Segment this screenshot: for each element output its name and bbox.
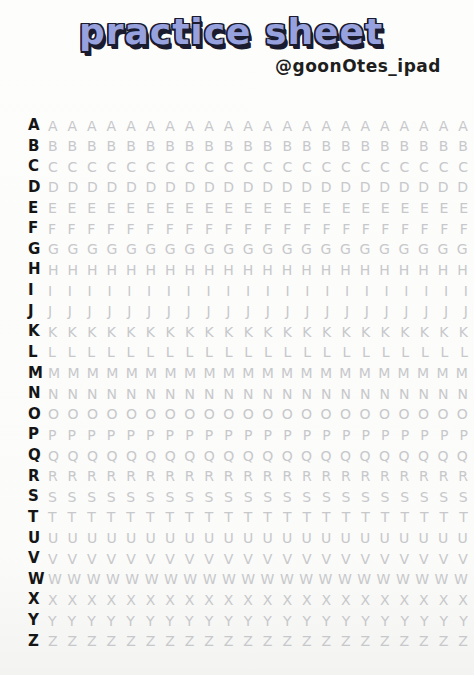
- trace-letter-J: J: [246, 304, 250, 318]
- trace-letter-K: K: [381, 325, 390, 339]
- trace-letter-C: C: [224, 160, 234, 174]
- trace-letter-E: E: [165, 201, 174, 215]
- trace-letter-C: C: [341, 160, 351, 174]
- trace-letter-T: T: [185, 510, 194, 524]
- trace-letter-A: A: [439, 119, 449, 133]
- trace-letter-Z: Z: [185, 634, 195, 648]
- trace-letter-U: U: [165, 531, 175, 545]
- trace-letter-Z: Z: [68, 634, 78, 648]
- trace-letter-D: D: [340, 180, 351, 194]
- trace-letter-R: R: [87, 469, 97, 483]
- trace-letter-V: V: [400, 552, 410, 566]
- trace-letter-B: B: [321, 139, 331, 153]
- trace-letter-R: R: [185, 469, 195, 483]
- trace-letter-Y: Y: [107, 614, 116, 628]
- trace-letter-A: A: [146, 119, 156, 133]
- trace-letter-U: U: [48, 531, 58, 545]
- trace-letter-W: W: [241, 572, 255, 586]
- trace-letter-I: I: [187, 284, 191, 298]
- trace-letter-Q: Q: [243, 449, 254, 463]
- trace-letter-F: F: [342, 222, 350, 236]
- trace-letter-N: N: [185, 387, 195, 401]
- trace-letter-C: C: [165, 160, 175, 174]
- trace-letter-B: B: [185, 139, 195, 153]
- trace-letter-U: U: [458, 531, 468, 545]
- trace-letter-I: I: [68, 284, 72, 298]
- trace-letter-A: A: [224, 119, 234, 133]
- trace-letter-P: P: [401, 428, 409, 442]
- trace-letter-U: U: [341, 531, 351, 545]
- trace-letter-N: N: [48, 387, 58, 401]
- trace-letter-R: R: [458, 469, 468, 483]
- trace-letter-E: E: [107, 201, 116, 215]
- trace-letter-P: P: [166, 428, 174, 442]
- trace-letter-M: M: [300, 366, 312, 380]
- trace-letter-F: F: [381, 222, 389, 236]
- author-handle: @goonOtes_ipad: [275, 56, 441, 76]
- trace-letter-W: W: [396, 572, 410, 586]
- trace-letter-C: C: [107, 160, 117, 174]
- trace-letter-U: U: [263, 531, 273, 545]
- trace-letter-R: R: [68, 469, 78, 483]
- trace-letter-V: V: [302, 552, 312, 566]
- trace-letter-K: K: [400, 325, 409, 339]
- guide-letter-M: M: [28, 366, 48, 381]
- trace-letter-Q: Q: [184, 449, 195, 463]
- letter-row-X: XXXXXXXXXXXXXXXXXXXXXXX: [28, 590, 468, 609]
- trace-letter-M: M: [145, 366, 157, 380]
- trace-letter-J: J: [226, 304, 230, 318]
- trace-letter-J: J: [68, 304, 72, 318]
- trace-letter-D: D: [418, 180, 429, 194]
- trace-letter-V: V: [263, 552, 273, 566]
- trace-letter-L: L: [185, 345, 193, 359]
- trace-letter-T: T: [165, 510, 174, 524]
- trace-letter-P: P: [107, 428, 115, 442]
- trace-letter-H: H: [223, 263, 234, 277]
- trace-letters-A: AAAAAAAAAAAAAAAAAAAAAA: [48, 119, 468, 133]
- trace-letter-C: C: [68, 160, 78, 174]
- trace-letter-K: K: [439, 325, 448, 339]
- trace-letter-E: E: [303, 201, 312, 215]
- trace-letter-X: X: [282, 593, 292, 607]
- guide-letter-P: P: [28, 427, 48, 442]
- trace-letter-E: E: [244, 201, 253, 215]
- trace-letters-X: XXXXXXXXXXXXXXXXXXXXXX: [48, 593, 468, 607]
- trace-letter-R: R: [165, 469, 175, 483]
- guide-letter-Y: Y: [28, 613, 48, 628]
- trace-letter-Z: Z: [146, 634, 156, 648]
- trace-letter-Q: Q: [457, 449, 468, 463]
- trace-letter-C: C: [419, 160, 429, 174]
- trace-letter-S: S: [341, 490, 350, 504]
- trace-letter-P: P: [68, 428, 76, 442]
- trace-letter-P: P: [87, 428, 95, 442]
- trace-letter-W: W: [319, 572, 333, 586]
- trace-letter-I: I: [167, 284, 171, 298]
- trace-letters-Z: ZZZZZZZZZZZZZZZZZZZZZZ: [48, 634, 468, 648]
- trace-letter-D: D: [262, 180, 273, 194]
- trace-letter-F: F: [460, 222, 468, 236]
- trace-letter-F: F: [107, 222, 115, 236]
- guide-letter-B: B: [28, 139, 48, 154]
- trace-letter-G: G: [321, 242, 332, 256]
- trace-letter-G: G: [87, 242, 98, 256]
- trace-letter-D: D: [360, 180, 371, 194]
- trace-letter-C: C: [87, 160, 97, 174]
- trace-letter-W: W: [87, 572, 101, 586]
- trace-letter-H: H: [204, 263, 215, 277]
- trace-letter-I: I: [286, 284, 290, 298]
- trace-letter-H: H: [418, 263, 429, 277]
- trace-letter-Z: Z: [380, 634, 390, 648]
- trace-letter-C: C: [302, 160, 312, 174]
- trace-letter-B: B: [380, 139, 390, 153]
- trace-letters-K: KKKKKKKKKKKKKKKKKKKKKK: [48, 325, 468, 339]
- trace-letter-N: N: [321, 387, 331, 401]
- trace-letter-A: A: [321, 119, 331, 133]
- trace-letter-B: B: [458, 139, 468, 153]
- trace-letter-U: U: [87, 531, 97, 545]
- trace-letter-P: P: [440, 428, 448, 442]
- trace-letter-P: P: [459, 428, 467, 442]
- trace-letter-D: D: [87, 180, 98, 194]
- trace-letter-H: H: [282, 263, 293, 277]
- trace-letter-I: I: [385, 284, 389, 298]
- trace-letter-A: A: [185, 119, 195, 133]
- trace-letter-P: P: [303, 428, 311, 442]
- letter-row-W: WWWWWWWWWWWWWWWWWWWWWWW: [28, 570, 468, 589]
- trace-letter-P: P: [322, 428, 330, 442]
- trace-letter-R: R: [302, 469, 312, 483]
- trace-letter-R: R: [204, 469, 214, 483]
- trace-letter-S: S: [165, 490, 174, 504]
- trace-letter-H: H: [184, 263, 195, 277]
- trace-letter-C: C: [321, 160, 331, 174]
- trace-letter-M: M: [126, 366, 138, 380]
- trace-letter-T: T: [126, 510, 135, 524]
- trace-letter-U: U: [380, 531, 390, 545]
- trace-letter-T: T: [440, 510, 449, 524]
- trace-letter-N: N: [360, 387, 370, 401]
- letter-row-U: UUUUUUUUUUUUUUUUUUUUUUU: [28, 529, 468, 548]
- trace-letter-T: T: [283, 510, 292, 524]
- trace-letter-R: R: [107, 469, 117, 483]
- trace-letter-V: V: [419, 552, 429, 566]
- trace-letter-B: B: [107, 139, 117, 153]
- trace-letter-U: U: [224, 531, 234, 545]
- trace-letter-Z: Z: [341, 634, 351, 648]
- guide-letter-D: D: [28, 180, 48, 195]
- trace-letter-N: N: [438, 387, 448, 401]
- trace-letters-L: LLLLLLLLLLLLLLLLLLLLLL: [48, 345, 468, 359]
- trace-letter-A: A: [419, 119, 429, 133]
- guide-letter-N: N: [28, 386, 48, 401]
- trace-letter-P: P: [126, 428, 134, 442]
- trace-letter-H: H: [340, 263, 351, 277]
- trace-letter-K: K: [263, 325, 272, 339]
- trace-letter-Z: Z: [204, 634, 214, 648]
- trace-letter-Z: Z: [243, 634, 253, 648]
- trace-letter-B: B: [282, 139, 292, 153]
- trace-letter-P: P: [381, 428, 389, 442]
- trace-letter-X: X: [302, 593, 312, 607]
- trace-letter-D: D: [282, 180, 293, 194]
- trace-letter-V: V: [243, 552, 253, 566]
- trace-letter-T: T: [322, 510, 331, 524]
- trace-letter-J: J: [305, 304, 309, 318]
- trace-letter-Q: Q: [340, 449, 351, 463]
- trace-letter-R: R: [419, 469, 429, 483]
- trace-letter-Z: Z: [361, 634, 371, 648]
- trace-letter-F: F: [126, 222, 134, 236]
- letter-grid: AAAAAAAAAAAAAAAAAAAAAAABBBBBBBBBBBBBBBBB…: [28, 116, 468, 651]
- trace-letter-C: C: [185, 160, 195, 174]
- trace-letter-M: M: [320, 366, 332, 380]
- trace-letter-V: V: [224, 552, 234, 566]
- trace-letter-G: G: [126, 242, 137, 256]
- trace-letter-K: K: [185, 325, 194, 339]
- trace-letter-B: B: [68, 139, 78, 153]
- letter-row-D: DDDDDDDDDDDDDDDDDDDDDDD: [28, 178, 468, 197]
- trace-letter-W: W: [454, 572, 468, 586]
- trace-letter-N: N: [302, 387, 312, 401]
- guide-letter-I: I: [28, 283, 48, 298]
- trace-letter-W: W: [222, 572, 236, 586]
- letter-row-Q: QQQQQQQQQQQQQQQQQQQQQQQ: [28, 446, 468, 465]
- trace-letter-L: L: [441, 345, 449, 359]
- trace-letter-T: T: [146, 510, 155, 524]
- trace-letter-T: T: [224, 510, 233, 524]
- trace-letter-E: E: [87, 201, 96, 215]
- trace-letter-W: W: [106, 572, 120, 586]
- trace-letter-F: F: [205, 222, 213, 236]
- trace-letter-G: G: [340, 242, 351, 256]
- guide-letter-Z: Z: [28, 634, 48, 649]
- trace-letter-U: U: [399, 531, 409, 545]
- trace-letter-K: K: [244, 325, 253, 339]
- trace-letter-C: C: [48, 160, 58, 174]
- trace-letter-U: U: [360, 531, 370, 545]
- trace-letter-W: W: [183, 572, 197, 586]
- trace-letter-X: X: [419, 593, 429, 607]
- trace-letter-L: L: [323, 345, 331, 359]
- trace-letter-W: W: [203, 572, 217, 586]
- trace-letter-N: N: [126, 387, 136, 401]
- trace-letter-V: V: [165, 552, 175, 566]
- trace-letter-X: X: [380, 593, 390, 607]
- guide-letter-L: L: [28, 345, 48, 360]
- trace-letter-D: D: [184, 180, 195, 194]
- trace-letter-F: F: [440, 222, 448, 236]
- trace-letter-P: P: [205, 428, 213, 442]
- trace-letter-Y: Y: [322, 614, 331, 628]
- trace-letter-W: W: [67, 572, 81, 586]
- trace-letter-W: W: [338, 572, 352, 586]
- trace-letter-J: J: [424, 304, 428, 318]
- trace-letter-X: X: [458, 593, 468, 607]
- trace-letter-O: O: [360, 407, 371, 421]
- trace-letter-Z: Z: [458, 634, 468, 648]
- trace-letter-B: B: [243, 139, 253, 153]
- trace-letter-A: A: [48, 119, 58, 133]
- trace-letter-F: F: [303, 222, 311, 236]
- trace-letter-R: R: [321, 469, 331, 483]
- trace-letter-O: O: [282, 407, 293, 421]
- trace-letter-N: N: [224, 387, 234, 401]
- trace-letter-U: U: [419, 531, 429, 545]
- letter-row-Z: ZZZZZZZZZZZZZZZZZZZZZZZ: [28, 632, 468, 651]
- trace-letter-B: B: [165, 139, 175, 153]
- trace-letter-X: X: [224, 593, 234, 607]
- trace-letter-E: E: [283, 201, 292, 215]
- trace-letter-J: J: [286, 304, 290, 318]
- trace-letter-G: G: [301, 242, 312, 256]
- trace-letter-M: M: [378, 366, 390, 380]
- trace-letter-C: C: [361, 160, 371, 174]
- trace-letter-E: E: [361, 201, 370, 215]
- trace-letter-T: T: [87, 510, 96, 524]
- trace-letter-T: T: [263, 510, 272, 524]
- trace-letter-O: O: [262, 407, 273, 421]
- letter-row-E: EEEEEEEEEEEEEEEEEEEEEEE: [28, 199, 468, 218]
- trace-letter-J: J: [147, 304, 151, 318]
- trace-letter-S: S: [283, 490, 292, 504]
- trace-letter-S: S: [322, 490, 331, 504]
- trace-letter-A: A: [68, 119, 78, 133]
- trace-letter-L: L: [127, 345, 135, 359]
- trace-letter-R: R: [380, 469, 390, 483]
- trace-letter-E: E: [381, 201, 390, 215]
- trace-letters-M: MMMMMMMMMMMMMMMMMMMMMM: [48, 366, 468, 380]
- trace-letter-Z: Z: [107, 634, 117, 648]
- trace-letter-B: B: [263, 139, 273, 153]
- trace-letter-O: O: [243, 407, 254, 421]
- trace-letter-B: B: [302, 139, 312, 153]
- trace-letter-J: J: [464, 304, 468, 318]
- trace-letter-J: J: [48, 304, 52, 318]
- trace-letter-S: S: [263, 490, 272, 504]
- trace-letter-A: A: [458, 119, 468, 133]
- trace-letter-A: A: [302, 119, 312, 133]
- trace-letter-R: R: [439, 469, 449, 483]
- trace-letter-K: K: [165, 325, 174, 339]
- trace-letter-F: F: [224, 222, 232, 236]
- trace-letter-F: F: [244, 222, 252, 236]
- trace-letter-K: K: [341, 325, 350, 339]
- trace-letter-P: P: [244, 428, 252, 442]
- trace-letter-C: C: [458, 160, 468, 174]
- guide-letter-V: V: [28, 551, 48, 566]
- trace-letter-K: K: [87, 325, 96, 339]
- trace-letter-E: E: [48, 201, 57, 215]
- trace-letter-Y: Y: [283, 614, 292, 628]
- trace-letter-J: J: [107, 304, 111, 318]
- trace-letter-S: S: [244, 490, 253, 504]
- trace-letter-D: D: [399, 180, 410, 194]
- trace-letter-X: X: [165, 593, 175, 607]
- trace-letter-V: V: [321, 552, 331, 566]
- trace-letter-G: G: [262, 242, 273, 256]
- trace-letter-K: K: [146, 325, 155, 339]
- letter-row-Y: YYYYYYYYYYYYYYYYYYYYYYY: [28, 611, 468, 630]
- trace-letter-V: V: [458, 552, 468, 566]
- trace-letter-S: S: [185, 490, 194, 504]
- trace-letter-L: L: [225, 345, 233, 359]
- trace-letter-I: I: [127, 284, 131, 298]
- trace-letter-Z: Z: [400, 634, 410, 648]
- trace-letter-T: T: [68, 510, 77, 524]
- trace-letter-N: N: [146, 387, 156, 401]
- trace-letter-Y: Y: [440, 614, 449, 628]
- trace-letter-M: M: [48, 366, 60, 380]
- trace-letter-E: E: [68, 201, 77, 215]
- trace-letter-H: H: [243, 263, 254, 277]
- trace-letter-L: L: [205, 345, 213, 359]
- trace-letter-A: A: [165, 119, 175, 133]
- trace-letter-S: S: [361, 490, 370, 504]
- trace-letter-L: L: [107, 345, 115, 359]
- letter-row-M: MMMMMMMMMMMMMMMMMMMMMMM: [28, 364, 468, 383]
- trace-letter-M: M: [87, 366, 99, 380]
- trace-letter-B: B: [419, 139, 429, 153]
- trace-letters-O: OOOOOOOOOOOOOOOOOOOOOO: [48, 407, 468, 421]
- trace-letter-F: F: [146, 222, 154, 236]
- trace-letter-S: S: [87, 490, 96, 504]
- trace-letter-N: N: [243, 387, 253, 401]
- trace-letter-Z: Z: [165, 634, 175, 648]
- trace-letter-A: A: [204, 119, 214, 133]
- trace-letter-N: N: [458, 387, 468, 401]
- trace-letter-N: N: [165, 387, 175, 401]
- trace-letter-Q: Q: [87, 449, 98, 463]
- trace-letter-B: B: [341, 139, 351, 153]
- guide-letter-K: K: [28, 324, 48, 339]
- trace-letter-O: O: [457, 407, 468, 421]
- trace-letter-V: V: [146, 552, 156, 566]
- trace-letter-O: O: [87, 407, 98, 421]
- trace-letters-V: VVVVVVVVVVVVVVVVVVVVVV: [48, 552, 468, 566]
- trace-letter-K: K: [48, 325, 57, 339]
- trace-letter-V: V: [185, 552, 195, 566]
- trace-letter-Q: Q: [282, 449, 293, 463]
- trace-letter-F: F: [264, 222, 272, 236]
- letter-row-N: NNNNNNNNNNNNNNNNNNNNNNN: [28, 384, 468, 403]
- trace-letter-H: H: [145, 263, 156, 277]
- trace-letter-L: L: [87, 345, 95, 359]
- trace-letter-Q: Q: [165, 449, 176, 463]
- trace-letter-X: X: [48, 593, 58, 607]
- trace-letter-Z: Z: [321, 634, 331, 648]
- trace-letters-U: UUUUUUUUUUUUUUUUUUUUUU: [48, 531, 468, 545]
- trace-letter-M: M: [106, 366, 118, 380]
- trace-letter-J: J: [127, 304, 131, 318]
- trace-letter-L: L: [303, 345, 311, 359]
- trace-letter-H: H: [399, 263, 410, 277]
- trace-letter-U: U: [282, 531, 292, 545]
- trace-letter-S: S: [205, 490, 214, 504]
- trace-letter-X: X: [263, 593, 273, 607]
- trace-letter-J: J: [365, 304, 369, 318]
- trace-letter-S: S: [107, 490, 116, 504]
- trace-letter-L: L: [421, 345, 429, 359]
- trace-letter-J: J: [206, 304, 210, 318]
- trace-letter-C: C: [400, 160, 410, 174]
- trace-letter-H: H: [87, 263, 98, 277]
- trace-letter-F: F: [185, 222, 193, 236]
- letter-row-B: BBBBBBBBBBBBBBBBBBBBBBB: [28, 137, 468, 156]
- trace-letter-O: O: [67, 407, 78, 421]
